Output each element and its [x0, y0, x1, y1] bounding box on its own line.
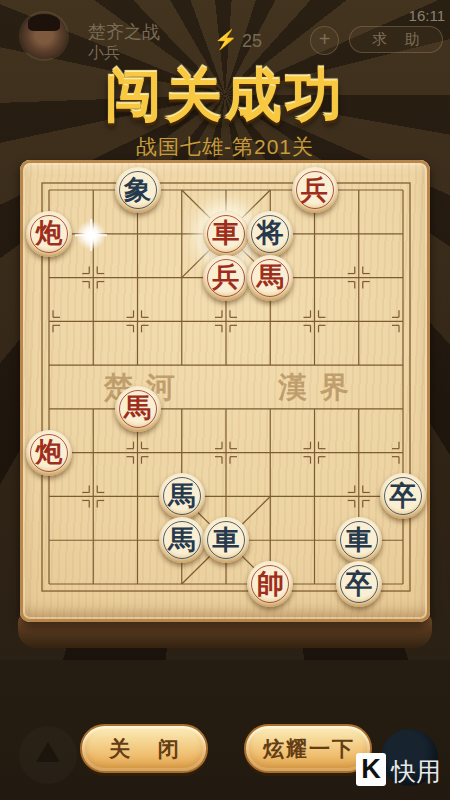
piece-red-車[interactable]: 車 — [203, 211, 249, 257]
battle-name: 楚齐之战 — [88, 20, 160, 44]
piece-black-馬[interactable]: 馬 — [159, 517, 205, 563]
level-name: 战国七雄-第201关 — [0, 133, 450, 161]
kuaiyong-watermark: 快用 — [391, 755, 441, 788]
piece-black-馬[interactable]: 馬 — [159, 473, 205, 519]
piece-red-炮[interactable]: 炮 — [26, 430, 72, 476]
piece-black-将[interactable]: 将 — [247, 211, 293, 257]
piece-black-車[interactable]: 車 — [336, 517, 382, 563]
board-surface: 楚河 漢界 象兵炮車将兵馬馬炮馬卒馬車車帥卒 — [20, 160, 430, 622]
help-button[interactable]: 求 助 — [349, 26, 443, 53]
piece-red-兵[interactable]: 兵 — [292, 167, 338, 213]
show-off-button[interactable]: 炫耀一下 — [244, 724, 372, 773]
piece-black-卒[interactable]: 卒 — [336, 561, 382, 607]
avatar[interactable] — [21, 13, 67, 59]
energy-count: 25 — [242, 31, 262, 52]
status-clock: 16:11 — [409, 7, 445, 24]
piece-red-帥[interactable]: 帥 — [247, 561, 293, 607]
piece-red-馬[interactable]: 馬 — [247, 255, 293, 301]
piece-black-象[interactable]: 象 — [115, 167, 161, 213]
add-energy-button[interactable]: + — [310, 26, 339, 55]
screen: 楚齐之战 小兵 ⚡ 25 + 求 助 16:11 闯关成功 战国七雄-第201关… — [0, 0, 450, 800]
piece-red-馬[interactable]: 馬 — [115, 386, 161, 432]
level-clear-title: 闯关成功 — [0, 58, 450, 135]
up-arrow-icon — [19, 726, 77, 784]
piece-black-卒[interactable]: 卒 — [380, 473, 426, 519]
move-sparkle-effect — [74, 218, 108, 252]
piece-red-兵[interactable]: 兵 — [203, 255, 249, 301]
xiangqi-board: 楚河 漢界 象兵炮車将兵馬馬炮馬卒馬車車帥卒 — [18, 160, 432, 650]
kuaiyong-logo-icon: K — [356, 753, 386, 786]
piece-black-車[interactable]: 車 — [203, 517, 249, 563]
energy-bolt-icon: ⚡ — [214, 28, 238, 51]
close-button[interactable]: 关 闭 — [80, 724, 208, 773]
piece-red-炮[interactable]: 炮 — [26, 211, 72, 257]
